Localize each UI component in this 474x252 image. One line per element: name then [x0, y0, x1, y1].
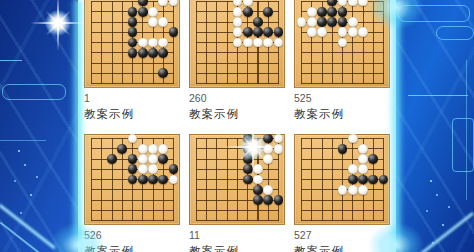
- black-stone: [263, 27, 273, 37]
- circuit-line: [408, 95, 468, 96]
- black-stone: [243, 27, 253, 37]
- black-stone: [338, 7, 348, 17]
- white-stone: [148, 164, 158, 174]
- white-stone: [358, 185, 368, 195]
- lesson-card[interactable]: 526教案示例: [84, 134, 182, 252]
- card-label: 教案示例: [189, 244, 287, 252]
- go-board: [84, 0, 180, 88]
- white-stone: [358, 144, 368, 154]
- black-stone: [158, 154, 168, 164]
- app-background: 1教案示例260教案示例525教案示例526教案示例11教案示例527教案示例: [0, 0, 474, 252]
- black-stone: [368, 154, 378, 164]
- white-stone: [253, 164, 263, 174]
- white-stone: [358, 164, 368, 174]
- white-stone: [169, 175, 179, 185]
- white-stone: [138, 164, 148, 174]
- black-stone: [158, 48, 168, 58]
- card-label: 教案示例: [84, 244, 182, 252]
- black-stone: [243, 175, 253, 185]
- black-stone: [253, 195, 263, 205]
- panel-edge-glow-right: [389, 0, 403, 252]
- black-stone: [148, 48, 158, 58]
- lesson-card[interactable]: 1教案示例: [84, 0, 182, 121]
- board-clip: [84, 134, 180, 225]
- white-stone: [148, 154, 158, 164]
- black-stone: [138, 48, 148, 58]
- white-stone: [348, 185, 358, 195]
- light-streak: [420, 212, 474, 252]
- card-number: 1: [84, 92, 182, 104]
- black-stone: [274, 195, 284, 205]
- black-stone: [138, 7, 148, 17]
- card-number: 525: [294, 92, 392, 104]
- white-stone: [338, 185, 348, 195]
- white-stone: [348, 164, 358, 174]
- black-stone: [169, 27, 179, 37]
- go-board: [189, 0, 285, 88]
- black-stone: [243, 154, 253, 164]
- white-stone: [148, 17, 158, 27]
- white-stone: [263, 154, 273, 164]
- white-stone: [138, 38, 148, 48]
- go-board: [84, 134, 180, 225]
- white-stone: [243, 38, 253, 48]
- white-stone: [138, 144, 148, 154]
- black-stone: [128, 48, 138, 58]
- card-label: 教案示例: [84, 107, 182, 121]
- black-stone: [169, 164, 179, 174]
- go-board: [294, 0, 390, 88]
- white-stone: [348, 134, 358, 143]
- card-grid: 1教案示例260教案示例525教案示例526教案示例11教案示例527教案示例: [84, 0, 392, 252]
- black-stone: [243, 144, 253, 154]
- white-stone: [348, 27, 358, 37]
- black-stone: [107, 154, 117, 164]
- black-stone: [263, 7, 273, 17]
- black-stone: [128, 17, 138, 27]
- white-stone: [253, 38, 263, 48]
- card-number: 260: [189, 92, 287, 104]
- circuit-line: [0, 60, 22, 61]
- content-panel: 1教案示例260教案示例525教案示例526教案示例11教案示例527教案示例: [78, 0, 396, 252]
- white-stone: [358, 154, 368, 164]
- black-stone: [338, 17, 348, 27]
- card-label: 教案示例: [294, 244, 392, 252]
- white-stone: [307, 17, 317, 27]
- particle-dots: [18, 150, 20, 152]
- black-stone: [117, 144, 127, 154]
- circuit-rect: [2, 84, 66, 100]
- black-stone: [327, 7, 337, 17]
- black-stone: [327, 17, 337, 27]
- white-stone: [263, 144, 273, 154]
- black-stone: [348, 175, 358, 185]
- go-board: [294, 134, 390, 225]
- white-stone: [148, 144, 158, 154]
- white-stone: [263, 185, 273, 195]
- white-stone: [233, 7, 243, 17]
- white-stone: [148, 38, 158, 48]
- white-stone: [348, 17, 358, 27]
- lesson-card[interactable]: 260教案示例: [189, 0, 287, 121]
- white-stone: [233, 17, 243, 27]
- black-stone: [338, 144, 348, 154]
- white-stone: [307, 27, 317, 37]
- circuit-rect: [452, 118, 474, 172]
- board-clip: [189, 0, 285, 88]
- white-stone: [274, 144, 284, 154]
- lesson-card[interactable]: 11教案示例: [189, 134, 287, 252]
- white-stone: [317, 27, 327, 37]
- card-number: 11: [189, 229, 287, 241]
- panel-edge-glow-left: [71, 0, 85, 252]
- circuit-rect: [436, 26, 474, 40]
- white-stone: [274, 134, 284, 143]
- white-stone: [158, 144, 168, 154]
- black-stone: [253, 27, 263, 37]
- board-clip: [84, 0, 180, 88]
- black-stone: [243, 164, 253, 174]
- circuit-line: [466, 60, 467, 200]
- black-stone: [274, 27, 284, 37]
- card-number: 527: [294, 229, 392, 241]
- circuit-rect: [398, 5, 470, 22]
- board-clip: [294, 134, 390, 225]
- white-stone: [158, 17, 168, 27]
- black-stone: [128, 154, 138, 164]
- white-stone: [274, 38, 284, 48]
- circuit-line: [0, 140, 46, 141]
- card-number: 526: [84, 229, 182, 241]
- go-board: [189, 134, 285, 225]
- black-stone: [243, 134, 253, 143]
- black-stone: [158, 68, 168, 78]
- card-label: 教案示例: [189, 107, 287, 121]
- white-stone: [358, 27, 368, 37]
- white-stone: [297, 17, 307, 27]
- black-stone: [317, 17, 327, 27]
- white-stone: [148, 7, 158, 17]
- lesson-card[interactable]: 527教案示例: [294, 134, 392, 252]
- black-stone: [128, 7, 138, 17]
- black-stone: [148, 175, 158, 185]
- card-label: 教案示例: [294, 107, 392, 121]
- black-stone: [243, 7, 253, 17]
- particle-dots: [430, 180, 432, 182]
- black-stone: [253, 17, 263, 27]
- black-stone: [358, 175, 368, 185]
- white-stone: [138, 154, 148, 164]
- black-stone: [253, 185, 263, 195]
- board-clip: [294, 0, 390, 88]
- lesson-card[interactable]: 525教案示例: [294, 0, 392, 121]
- black-stone: [138, 175, 148, 185]
- white-stone: [253, 175, 263, 185]
- black-stone: [317, 7, 327, 17]
- black-stone: [263, 195, 273, 205]
- black-stone: [379, 175, 389, 185]
- white-stone: [307, 7, 317, 17]
- board-clip: [189, 134, 285, 225]
